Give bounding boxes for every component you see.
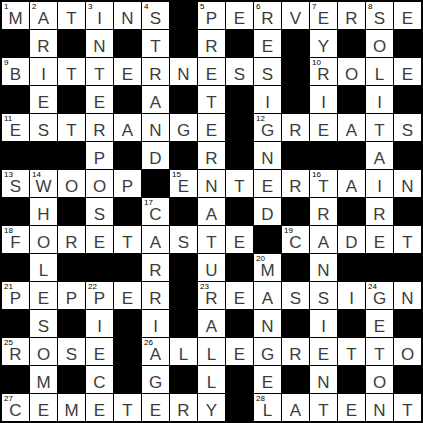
- clue-number-15: 15: [172, 170, 181, 180]
- letter-cell-r13c2[interactable]: O: [30, 338, 57, 365]
- cell-letter: V: [290, 5, 301, 27]
- letter-cell-r3c4[interactable]: T: [86, 58, 113, 85]
- letter-cell-r6c4[interactable]: P: [86, 142, 113, 169]
- letter-cell-r8c12[interactable]: R: [310, 198, 337, 225]
- clue-number-22: 22: [88, 282, 97, 292]
- letter-cell-r13c12[interactable]: E: [310, 338, 337, 365]
- block-cell-r10c14: [366, 254, 393, 281]
- letter-cell-r11c13[interactable]: I: [338, 282, 365, 309]
- letter-cell-r7c7[interactable]: 15E: [170, 170, 197, 197]
- cell-letter: A: [290, 397, 301, 419]
- cell-letter: D: [261, 201, 273, 223]
- cell-letter: E: [374, 313, 385, 335]
- cell-letter: L: [375, 61, 384, 83]
- letter-cell-r13c9[interactable]: E: [226, 338, 253, 365]
- letter-cell-r1c13[interactable]: R: [338, 2, 365, 29]
- cell-letter: P: [122, 173, 133, 195]
- cell-letter: I: [97, 313, 102, 335]
- cell-letter: E: [38, 89, 49, 111]
- letter-cell-r11c3[interactable]: P: [58, 282, 85, 309]
- block-cell-r6c3: [58, 142, 85, 169]
- letter-cell-r6c10[interactable]: N: [254, 142, 281, 169]
- block-cell-r1c7: [170, 2, 197, 29]
- letter-cell-r3c9[interactable]: S: [226, 58, 253, 85]
- clue-number-23: 23: [200, 282, 209, 292]
- letter-cell-r5c3[interactable]: T: [58, 114, 85, 141]
- cell-letter: E: [402, 61, 413, 83]
- letter-cell-r1c8[interactable]: 5P: [198, 2, 225, 29]
- cell-letter: R: [289, 341, 301, 363]
- clue-number-16: 16: [312, 170, 321, 180]
- letter-cell-r11c4[interactable]: 22P: [86, 282, 113, 309]
- cell-letter: O: [37, 341, 50, 363]
- clue-number-19: 19: [284, 226, 293, 236]
- cell-letter: T: [206, 89, 216, 111]
- letter-cell-r3c12[interactable]: 10R: [310, 58, 337, 85]
- cell-letter: N: [205, 173, 217, 195]
- letter-cell-r4c8[interactable]: T: [198, 86, 225, 113]
- block-cell-r4c7: [170, 86, 197, 113]
- clue-number-27: 27: [4, 394, 13, 404]
- block-cell-r6c2: [30, 142, 57, 169]
- cell-letter: N: [93, 33, 105, 55]
- block-cell-r8c13: [338, 198, 365, 225]
- block-cell-r8c3: [58, 198, 85, 225]
- block-cell-r8c15: [394, 198, 421, 225]
- letter-cell-r2c12[interactable]: Y: [310, 30, 337, 57]
- cell-letter: B: [10, 61, 21, 83]
- letter-cell-r13c6[interactable]: 26A: [142, 338, 169, 365]
- block-cell-r6c9: [226, 142, 253, 169]
- cell-letter: S: [150, 5, 161, 27]
- block-cell-r10c1: [2, 254, 29, 281]
- letter-cell-r7c3[interactable]: O: [58, 170, 85, 197]
- cell-letter: I: [265, 89, 270, 111]
- letter-cell-r11c2[interactable]: E: [30, 282, 57, 309]
- block-cell-r2c13: [338, 30, 365, 57]
- letter-cell-r12c14[interactable]: E: [366, 310, 393, 337]
- block-cell-r4c5: [114, 86, 141, 113]
- cell-letter: L: [207, 369, 216, 391]
- block-cell-r6c13: [338, 142, 365, 169]
- letter-cell-r8c2[interactable]: H: [30, 198, 57, 225]
- letter-cell-r3c15[interactable]: E: [394, 58, 421, 85]
- letter-cell-r3c10[interactable]: S: [254, 58, 281, 85]
- letter-cell-r10c2[interactable]: L: [30, 254, 57, 281]
- letter-cell-r2c14[interactable]: O: [366, 30, 393, 57]
- block-cell-r11c7: [170, 282, 197, 309]
- letter-cell-r2c10[interactable]: E: [254, 30, 281, 57]
- cell-letter: T: [66, 5, 76, 27]
- cell-letter: N: [317, 369, 329, 391]
- cell-letter: S: [402, 117, 413, 139]
- letter-cell-r11c15[interactable]: N: [394, 282, 421, 309]
- cell-letter: N: [121, 5, 133, 27]
- letter-cell-r10c12[interactable]: N: [310, 254, 337, 281]
- letter-cell-r9c13[interactable]: D: [338, 226, 365, 253]
- cell-letter: L: [207, 341, 216, 363]
- letter-cell-r13c15[interactable]: O: [394, 338, 421, 365]
- cell-letter: A: [206, 201, 217, 223]
- letter-cell-r5c6[interactable]: N: [142, 114, 169, 141]
- letter-cell-r8c8[interactable]: A: [198, 198, 225, 225]
- letter-cell-r1c9[interactable]: E: [226, 2, 253, 29]
- letter-cell-r7c13[interactable]: A: [338, 170, 365, 197]
- cell-letter: E: [374, 229, 385, 251]
- letter-cell-r1c15[interactable]: E: [394, 2, 421, 29]
- letter-cell-r3c1[interactable]: 9B: [2, 58, 29, 85]
- letter-cell-r5c13[interactable]: A: [338, 114, 365, 141]
- cell-letter: E: [206, 117, 217, 139]
- block-cell-r6c15: [394, 142, 421, 169]
- letter-cell-r5c11[interactable]: R: [282, 114, 309, 141]
- cell-letter: T: [374, 341, 384, 363]
- cell-letter: I: [153, 313, 158, 335]
- cell-letter: S: [234, 61, 245, 83]
- letter-cell-r4c4[interactable]: E: [86, 86, 113, 113]
- letter-cell-r6c14[interactable]: A: [366, 142, 393, 169]
- cell-letter: E: [94, 341, 105, 363]
- cell-letter: A: [150, 89, 161, 111]
- letter-cell-r10c6[interactable]: R: [142, 254, 169, 281]
- cell-letter: M: [8, 5, 22, 27]
- letter-cell-r13c11[interactable]: R: [282, 338, 309, 365]
- block-cell-r12c9: [226, 310, 253, 337]
- cell-letter: O: [37, 229, 50, 251]
- letter-cell-r8c6[interactable]: 17C: [142, 198, 169, 225]
- letter-cell-r7c12[interactable]: 16T: [310, 170, 337, 197]
- letter-cell-r13c8[interactable]: L: [198, 338, 225, 365]
- cell-letter: A: [122, 117, 133, 139]
- letter-cell-r4c14[interactable]: I: [366, 86, 393, 113]
- letter-cell-r7c8[interactable]: N: [198, 170, 225, 197]
- cell-letter: S: [94, 201, 105, 223]
- letter-cell-r4c12[interactable]: I: [310, 86, 337, 113]
- letter-cell-r11c6[interactable]: R: [142, 282, 169, 309]
- letter-cell-r14c12[interactable]: N: [310, 366, 337, 393]
- letter-cell-r13c7[interactable]: L: [170, 338, 197, 365]
- clue-number-6: 6: [256, 2, 260, 12]
- cell-letter: S: [38, 313, 49, 335]
- letter-cell-r2c2[interactable]: R: [30, 30, 57, 57]
- crossword-board: 1M2AT3IN4S5PE6RV7ER8SERNTREYO9BITTERNESS…: [0, 0, 423, 423]
- cell-letter: A: [150, 229, 161, 251]
- cell-letter: T: [346, 341, 356, 363]
- cell-letter: I: [377, 89, 382, 111]
- letter-cell-r1c12[interactable]: 7E: [310, 2, 337, 29]
- letter-cell-r3c7[interactable]: N: [170, 58, 197, 85]
- letter-cell-r5c4[interactable]: R: [86, 114, 113, 141]
- cell-letter: G: [261, 341, 274, 363]
- block-cell-r6c5: [114, 142, 141, 169]
- letter-cell-r13c14[interactable]: T: [366, 338, 393, 365]
- block-cell-r12c7: [170, 310, 197, 337]
- cell-letter: E: [262, 173, 273, 195]
- cell-letter: E: [318, 5, 329, 27]
- clue-number-10: 10: [312, 58, 321, 68]
- letter-cell-r9c12[interactable]: A: [310, 226, 337, 253]
- clue-number-8: 8: [368, 2, 372, 12]
- letter-cell-r11c8[interactable]: 23R: [198, 282, 225, 309]
- block-cell-r15c9: [226, 394, 253, 421]
- letter-cell-r5c5[interactable]: A: [114, 114, 141, 141]
- letter-cell-r4c10[interactable]: I: [254, 86, 281, 113]
- letter-cell-r2c6[interactable]: T: [142, 30, 169, 57]
- cell-letter: D: [149, 145, 161, 167]
- letter-cell-r7c9[interactable]: T: [226, 170, 253, 197]
- block-cell-r2c11: [282, 30, 309, 57]
- letter-cell-r1c11[interactable]: V: [282, 2, 309, 29]
- letter-cell-r7c11[interactable]: R: [282, 170, 309, 197]
- cell-letter: R: [205, 145, 217, 167]
- cell-letter: S: [178, 229, 189, 251]
- letter-cell-r15c12[interactable]: T: [310, 394, 337, 421]
- letter-cell-r11c11[interactable]: S: [282, 282, 309, 309]
- letter-cell-r13c3[interactable]: S: [58, 338, 85, 365]
- cell-letter: O: [373, 33, 386, 55]
- letter-cell-r1c4[interactable]: 3I: [86, 2, 113, 29]
- block-cell-r14c5: [114, 366, 141, 393]
- letter-cell-r9c11[interactable]: 19C: [282, 226, 309, 253]
- cell-letter: N: [317, 257, 329, 279]
- letter-cell-r15c13[interactable]: E: [338, 394, 365, 421]
- cell-letter: A: [262, 285, 273, 307]
- cell-letter: N: [261, 313, 273, 335]
- letter-cell-r2c4[interactable]: N: [86, 30, 113, 57]
- letter-cell-r13c1[interactable]: 25R: [2, 338, 29, 365]
- letter-cell-r9c7[interactable]: S: [170, 226, 197, 253]
- letter-cell-r7c15[interactable]: N: [394, 170, 421, 197]
- cell-letter: P: [66, 285, 77, 307]
- block-cell-r2c9: [226, 30, 253, 57]
- cell-letter: S: [318, 285, 329, 307]
- cell-letter: N: [177, 61, 189, 83]
- letter-cell-r15c5[interactable]: T: [114, 394, 141, 421]
- letter-cell-r14c10[interactable]: E: [254, 366, 281, 393]
- cell-letter: E: [38, 285, 49, 307]
- cell-letter: D: [345, 229, 357, 251]
- block-cell-r2c1: [2, 30, 29, 57]
- letter-cell-r14c4[interactable]: C: [86, 366, 113, 393]
- letter-cell-r5c7[interactable]: G: [170, 114, 197, 141]
- letter-cell-r2c8[interactable]: R: [198, 30, 225, 57]
- cell-letter: O: [401, 341, 414, 363]
- letter-cell-r15c2[interactable]: E: [30, 394, 57, 421]
- cell-letter: E: [234, 341, 245, 363]
- letter-cell-r15c10[interactable]: 28L: [254, 394, 281, 421]
- block-cell-r4c11: [282, 86, 309, 113]
- cell-letter: T: [66, 61, 76, 83]
- cell-letter: T: [206, 229, 216, 251]
- letter-cell-r1c2[interactable]: 2A: [30, 2, 57, 29]
- block-cell-r14c11: [282, 366, 309, 393]
- cell-letter: T: [150, 33, 160, 55]
- letter-cell-r3c14[interactable]: L: [366, 58, 393, 85]
- block-cell-r12c15: [394, 310, 421, 337]
- letter-cell-r1c14[interactable]: 8S: [366, 2, 393, 29]
- letter-cell-r8c14[interactable]: R: [366, 198, 393, 225]
- letter-cell-r1c6[interactable]: 4S: [142, 2, 169, 29]
- clue-number-12: 12: [256, 114, 265, 124]
- clue-number-28: 28: [256, 394, 265, 404]
- cell-letter: E: [122, 285, 133, 307]
- cell-letter: R: [37, 33, 49, 55]
- letter-cell-r14c6[interactable]: G: [142, 366, 169, 393]
- letter-cell-r11c9[interactable]: E: [226, 282, 253, 309]
- letter-cell-r3c2[interactable]: I: [30, 58, 57, 85]
- letter-cell-r1c10[interactable]: 6R: [254, 2, 281, 29]
- letter-cell-r3c13[interactable]: O: [338, 58, 365, 85]
- cell-letter: N: [149, 117, 161, 139]
- cell-letter: R: [373, 201, 385, 223]
- letter-cell-r9c1[interactable]: 18F: [2, 226, 29, 253]
- letter-cell-r3c3[interactable]: T: [58, 58, 85, 85]
- letter-cell-r1c5[interactable]: N: [114, 2, 141, 29]
- letter-cell-r8c10[interactable]: D: [254, 198, 281, 225]
- letter-cell-r4c2[interactable]: E: [30, 86, 57, 113]
- block-cell-r8c7: [170, 198, 197, 225]
- letter-cell-r9c15[interactable]: T: [394, 226, 421, 253]
- letter-cell-r8c4[interactable]: S: [86, 198, 113, 225]
- letter-cell-r15c8[interactable]: Y: [198, 394, 225, 421]
- block-cell-r13c5: [114, 338, 141, 365]
- letter-cell-r13c10[interactable]: G: [254, 338, 281, 365]
- letter-cell-r12c12[interactable]: I: [310, 310, 337, 337]
- clue-number-17: 17: [144, 198, 153, 208]
- block-cell-r6c11: [282, 142, 309, 169]
- letter-cell-r3c6[interactable]: R: [142, 58, 169, 85]
- cell-letter: M: [36, 369, 50, 391]
- cell-letter: A: [206, 313, 217, 335]
- letter-cell-r13c13[interactable]: T: [338, 338, 365, 365]
- letter-cell-r1c3[interactable]: T: [58, 2, 85, 29]
- cell-letter: S: [38, 117, 49, 139]
- cell-letter: U: [205, 257, 217, 279]
- letter-cell-r11c14[interactable]: 24G: [366, 282, 393, 309]
- block-cell-r4c3: [58, 86, 85, 113]
- cell-letter: R: [149, 285, 161, 307]
- cell-letter: N: [401, 173, 413, 195]
- letter-cell-r9c4[interactable]: E: [86, 226, 113, 253]
- block-cell-r2c5: [114, 30, 141, 57]
- letter-cell-r14c14[interactable]: O: [366, 366, 393, 393]
- cell-letter: G: [177, 117, 190, 139]
- letter-cell-r5c14[interactable]: T: [366, 114, 393, 141]
- block-cell-r10c4: [86, 254, 113, 281]
- letter-cell-r7c10[interactable]: E: [254, 170, 281, 197]
- letter-cell-r12c10[interactable]: N: [254, 310, 281, 337]
- block-cell-r12c1: [2, 310, 29, 337]
- letter-cell-r9c8[interactable]: T: [198, 226, 225, 253]
- letter-cell-r15c1[interactable]: 27C: [2, 394, 29, 421]
- letter-cell-r14c8[interactable]: L: [198, 366, 225, 393]
- block-cell-r4c13: [338, 86, 365, 113]
- clue-number-7: 7: [312, 2, 316, 12]
- letter-cell-r11c10[interactable]: A: [254, 282, 281, 309]
- letter-cell-r7c14[interactable]: I: [366, 170, 393, 197]
- letter-cell-r15c6[interactable]: E: [142, 394, 169, 421]
- letter-cell-r5c12[interactable]: E: [310, 114, 337, 141]
- cell-letter: R: [317, 201, 329, 223]
- block-cell-r10c15: [394, 254, 421, 281]
- letter-cell-r10c8[interactable]: U: [198, 254, 225, 281]
- clue-number-14: 14: [32, 170, 41, 180]
- letter-cell-r9c2[interactable]: O: [30, 226, 57, 253]
- letter-cell-r5c10[interactable]: 12G: [254, 114, 281, 141]
- block-cell-r12c13: [338, 310, 365, 337]
- cell-letter: H: [37, 201, 49, 223]
- letter-cell-r9c9[interactable]: E: [226, 226, 253, 253]
- letter-cell-r12c6[interactable]: I: [142, 310, 169, 337]
- letter-cell-r11c5[interactable]: E: [114, 282, 141, 309]
- letter-cell-r12c8[interactable]: A: [198, 310, 225, 337]
- letter-cell-r15c7[interactable]: R: [170, 394, 197, 421]
- cell-letter: T: [374, 117, 384, 139]
- cell-letter: E: [318, 341, 329, 363]
- letter-cell-r5c8[interactable]: E: [198, 114, 225, 141]
- block-cell-r14c9: [226, 366, 253, 393]
- letter-cell-r6c8[interactable]: R: [198, 142, 225, 169]
- letter-cell-r15c15[interactable]: T: [394, 394, 421, 421]
- letter-cell-r3c8[interactable]: E: [198, 58, 225, 85]
- block-cell-r12c5: [114, 310, 141, 337]
- cell-letter: R: [261, 5, 273, 27]
- letter-cell-r9c3[interactable]: R: [58, 226, 85, 253]
- cell-letter: E: [318, 117, 329, 139]
- letter-cell-r4c6[interactable]: A: [142, 86, 169, 113]
- letter-cell-r5c1[interactable]: 11E: [2, 114, 29, 141]
- letter-cell-r11c12[interactable]: S: [310, 282, 337, 309]
- letter-cell-r13c4[interactable]: E: [86, 338, 113, 365]
- letter-cell-r15c3[interactable]: M: [58, 394, 85, 421]
- letter-cell-r12c4[interactable]: I: [86, 310, 113, 337]
- letter-cell-r10c10[interactable]: 20M: [254, 254, 281, 281]
- letter-cell-r15c4[interactable]: E: [86, 394, 113, 421]
- block-cell-r10c9: [226, 254, 253, 281]
- letter-cell-r7c5[interactable]: P: [114, 170, 141, 197]
- letter-cell-r9c6[interactable]: A: [142, 226, 169, 253]
- letter-cell-r9c14[interactable]: E: [366, 226, 393, 253]
- cell-letter: R: [149, 61, 161, 83]
- letter-cell-r7c4[interactable]: O: [86, 170, 113, 197]
- letter-cell-r5c2[interactable]: S: [30, 114, 57, 141]
- letter-cell-r5c15[interactable]: S: [394, 114, 421, 141]
- cell-letter: E: [94, 229, 105, 251]
- block-cell-r8c9: [226, 198, 253, 225]
- clue-number-24: 24: [368, 282, 377, 292]
- letter-cell-r15c14[interactable]: N: [366, 394, 393, 421]
- cell-letter: E: [206, 61, 217, 83]
- cell-letter: S: [374, 5, 385, 27]
- letter-cell-r3c5[interactable]: E: [114, 58, 141, 85]
- letter-cell-r6c6[interactable]: D: [142, 142, 169, 169]
- letter-cell-r1c1[interactable]: 1M: [2, 2, 29, 29]
- clue-number-25: 25: [4, 338, 13, 348]
- letter-cell-r7c2[interactable]: 14W: [30, 170, 57, 197]
- cell-letter: S: [290, 285, 301, 307]
- cell-letter: T: [234, 173, 244, 195]
- letter-cell-r12c2[interactable]: S: [30, 310, 57, 337]
- letter-cell-r7c1[interactable]: 13S: [2, 170, 29, 197]
- block-cell-r3c11: [282, 58, 309, 85]
- letter-cell-r9c5[interactable]: T: [114, 226, 141, 253]
- letter-cell-r14c2[interactable]: M: [30, 366, 57, 393]
- letter-cell-r11c1[interactable]: 21P: [2, 282, 29, 309]
- cell-letter: E: [94, 89, 105, 111]
- cell-letter: L: [179, 341, 188, 363]
- letter-cell-r15c11[interactable]: A: [282, 394, 309, 421]
- cell-letter: M: [64, 397, 78, 419]
